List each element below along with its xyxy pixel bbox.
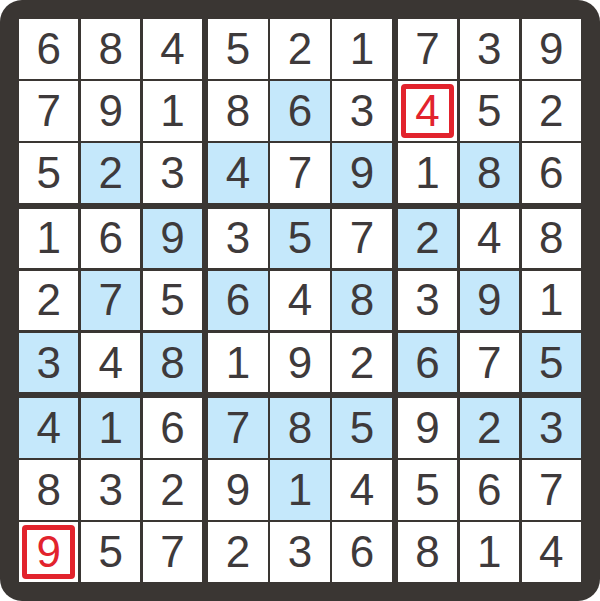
cell-r2c4[interactable]: 8 [208, 81, 267, 141]
cell-digit: 6 [415, 341, 439, 385]
cell-r8c6[interactable]: 4 [332, 460, 391, 520]
cell-digit: 9 [288, 341, 312, 385]
cell-r2c7[interactable]: 4 [398, 81, 457, 141]
cell-r3c4[interactable]: 4 [208, 143, 267, 203]
cell-r9c9[interactable]: 4 [522, 522, 581, 582]
cell-digit: 2 [539, 89, 563, 133]
cell-digit: 8 [288, 406, 312, 450]
cell-r7c4[interactable]: 7 [208, 398, 267, 458]
cell-r2c3[interactable]: 1 [143, 81, 202, 141]
cell-r8c1[interactable]: 8 [19, 460, 78, 520]
cell-digit: 8 [98, 27, 122, 71]
cell-r4c5[interactable]: 5 [270, 209, 329, 269]
cell-r9c8[interactable]: 1 [460, 522, 519, 582]
cell-digit: 8 [36, 468, 60, 512]
cell-digit: 3 [415, 278, 439, 322]
cell-digit: 6 [98, 216, 122, 260]
cell-r9c1[interactable]: 9 [19, 522, 78, 582]
cell-digit: 3 [160, 151, 184, 195]
cell-r8c5[interactable]: 1 [270, 460, 329, 520]
cell-r6c3[interactable]: 8 [143, 333, 202, 393]
cell-r2c1[interactable]: 7 [19, 81, 78, 141]
cell-r1c9[interactable]: 9 [522, 19, 581, 79]
cell-r6c7[interactable]: 6 [398, 333, 457, 393]
cell-r9c2[interactable]: 5 [81, 522, 140, 582]
cell-r5c3[interactable]: 5 [143, 271, 202, 331]
cell-digit: 5 [477, 89, 501, 133]
cell-r6c2[interactable]: 4 [81, 333, 140, 393]
cell-r8c3[interactable]: 2 [143, 460, 202, 520]
cell-r2c2[interactable]: 9 [81, 81, 140, 141]
cell-digit: 2 [350, 341, 374, 385]
cell-digit: 4 [477, 216, 501, 260]
cell-digit: 8 [160, 341, 184, 385]
cell-digit: 7 [539, 468, 563, 512]
cell-digit: 5 [160, 278, 184, 322]
cell-r5c5[interactable]: 4 [270, 271, 329, 331]
cell-r3c9[interactable]: 6 [522, 143, 581, 203]
cell-r6c9[interactable]: 5 [522, 333, 581, 393]
cell-r2c8[interactable]: 5 [460, 81, 519, 141]
cell-digit: 9 [160, 216, 184, 260]
cell-digit: 1 [350, 27, 374, 71]
cell-digit: 6 [160, 406, 184, 450]
cell-r8c7[interactable]: 5 [398, 460, 457, 520]
cell-r7c1[interactable]: 4 [19, 398, 78, 458]
cell-r2c6[interactable]: 3 [332, 81, 391, 141]
cell-r1c4[interactable]: 5 [208, 19, 267, 79]
cell-digit: 6 [288, 89, 312, 133]
cell-r9c7[interactable]: 8 [398, 522, 457, 582]
cell-r7c2[interactable]: 1 [81, 398, 140, 458]
cell-r9c5[interactable]: 3 [270, 522, 329, 582]
cell-r6c4[interactable]: 1 [208, 333, 267, 393]
cell-r7c5[interactable]: 8 [270, 398, 329, 458]
cell-digit: 9 [226, 468, 250, 512]
cell-digit: 6 [226, 278, 250, 322]
cell-digit: 2 [98, 151, 122, 195]
cell-r7c7[interactable]: 9 [398, 398, 457, 458]
cell-digit: 4 [226, 151, 250, 195]
cell-digit: 9 [477, 278, 501, 322]
cell-digit: 8 [226, 89, 250, 133]
cell-r5c4[interactable]: 6 [208, 271, 267, 331]
cell-digit: 4 [36, 406, 60, 450]
box-6: 248391675 [398, 209, 581, 393]
cell-r8c8[interactable]: 6 [460, 460, 519, 520]
cell-r5c2[interactable]: 7 [81, 271, 140, 331]
cell-digit: 1 [477, 530, 501, 574]
cell-digit: 1 [36, 216, 60, 260]
cell-r2c5[interactable]: 6 [270, 81, 329, 141]
cell-digit: 1 [288, 468, 312, 512]
cell-digit: 6 [36, 27, 60, 71]
cell-r7c3[interactable]: 6 [143, 398, 202, 458]
cell-r8c2[interactable]: 3 [81, 460, 140, 520]
box-5: 357648192 [208, 209, 391, 393]
cell-digit: 8 [477, 151, 501, 195]
cell-digit: 4 [160, 27, 184, 71]
cell-r5c8[interactable]: 9 [460, 271, 519, 331]
cell-digit: 4 [539, 530, 563, 574]
cell-digit: 3 [350, 89, 374, 133]
cell-r7c6[interactable]: 5 [332, 398, 391, 458]
cell-digit: 5 [36, 151, 60, 195]
cell-r1c8[interactable]: 3 [460, 19, 519, 79]
sudoku-board: 6847915235218634797394521861692753483576… [0, 0, 600, 601]
cell-digit: 5 [539, 341, 563, 385]
cell-digit: 8 [539, 216, 563, 260]
cell-r7c9[interactable]: 3 [522, 398, 581, 458]
cell-digit: 3 [477, 27, 501, 71]
cell-r1c3[interactable]: 4 [143, 19, 202, 79]
cell-r6c1[interactable]: 3 [19, 333, 78, 393]
cell-r4c7[interactable]: 2 [398, 209, 457, 269]
cell-r9c6[interactable]: 6 [332, 522, 391, 582]
cell-digit: 3 [36, 341, 60, 385]
cell-digit: 1 [415, 151, 439, 195]
cell-r5c6[interactable]: 8 [332, 271, 391, 331]
cell-r3c8[interactable]: 8 [460, 143, 519, 203]
cell-r1c6[interactable]: 1 [332, 19, 391, 79]
cell-r5c9[interactable]: 1 [522, 271, 581, 331]
cell-digit: 7 [288, 151, 312, 195]
cell-digit: 3 [98, 468, 122, 512]
cell-digit: 4 [415, 89, 439, 133]
cell-r2c9[interactable]: 2 [522, 81, 581, 141]
cell-r6c8[interactable]: 7 [460, 333, 519, 393]
cell-r4c8[interactable]: 4 [460, 209, 519, 269]
cell-r1c2[interactable]: 8 [81, 19, 140, 79]
cell-digit: 5 [226, 27, 250, 71]
cell-r4c2[interactable]: 6 [81, 209, 140, 269]
cell-r9c4[interactable]: 2 [208, 522, 267, 582]
cell-r4c4[interactable]: 3 [208, 209, 267, 269]
cell-r3c6[interactable]: 9 [332, 143, 391, 203]
cell-digit: 1 [539, 278, 563, 322]
cell-digit: 1 [98, 406, 122, 450]
cell-r6c6[interactable]: 2 [332, 333, 391, 393]
cell-r6c5[interactable]: 9 [270, 333, 329, 393]
cell-digit: 9 [36, 530, 60, 574]
cell-digit: 2 [477, 406, 501, 450]
cell-r3c5[interactable]: 7 [270, 143, 329, 203]
cell-digit: 2 [288, 27, 312, 71]
cell-digit: 9 [98, 89, 122, 133]
box-9: 923567814 [398, 398, 581, 582]
cell-digit: 4 [350, 468, 374, 512]
cell-digit: 2 [36, 278, 60, 322]
cell-r3c2[interactable]: 2 [81, 143, 140, 203]
cell-digit: 3 [288, 530, 312, 574]
cell-digit: 8 [415, 530, 439, 574]
cell-digit: 7 [160, 530, 184, 574]
cell-digit: 4 [288, 278, 312, 322]
cell-digit: 8 [350, 278, 374, 322]
cell-r5c1[interactable]: 2 [19, 271, 78, 331]
cell-r7c8[interactable]: 2 [460, 398, 519, 458]
cell-digit: 2 [226, 530, 250, 574]
cell-digit: 3 [539, 406, 563, 450]
cell-digit: 3 [226, 216, 250, 260]
cell-r4c9[interactable]: 8 [522, 209, 581, 269]
cell-digit: 7 [477, 341, 501, 385]
cell-r1c5[interactable]: 2 [270, 19, 329, 79]
cell-digit: 2 [415, 216, 439, 260]
cell-digit: 1 [160, 89, 184, 133]
box-4: 169275348 [19, 209, 202, 393]
cell-r5c7[interactable]: 3 [398, 271, 457, 331]
cell-r1c1[interactable]: 6 [19, 19, 78, 79]
cell-digit: 4 [98, 341, 122, 385]
cell-r4c3[interactable]: 9 [143, 209, 202, 269]
box-7: 416832957 [19, 398, 202, 582]
cell-digit: 7 [350, 216, 374, 260]
box-2: 521863479 [208, 19, 391, 203]
cell-digit: 5 [288, 216, 312, 260]
cell-digit: 9 [539, 27, 563, 71]
cell-digit: 7 [36, 89, 60, 133]
cell-r8c9[interactable]: 7 [522, 460, 581, 520]
cell-digit: 9 [350, 151, 374, 195]
cell-digit: 7 [415, 27, 439, 71]
cell-r4c1[interactable]: 1 [19, 209, 78, 269]
cell-digit: 5 [350, 406, 374, 450]
cell-digit: 6 [477, 468, 501, 512]
cell-r3c3[interactable]: 3 [143, 143, 202, 203]
cell-digit: 7 [98, 278, 122, 322]
cell-digit: 2 [160, 468, 184, 512]
cell-digit: 7 [226, 406, 250, 450]
box-8: 785914236 [208, 398, 391, 582]
cell-r9c3[interactable]: 7 [143, 522, 202, 582]
cell-digit: 5 [415, 468, 439, 512]
box-1: 684791523 [19, 19, 202, 203]
cell-r3c7[interactable]: 1 [398, 143, 457, 203]
cell-digit: 5 [98, 530, 122, 574]
cell-digit: 6 [539, 151, 563, 195]
cell-digit: 9 [415, 406, 439, 450]
box-3: 739452186 [398, 19, 581, 203]
cell-digit: 6 [350, 530, 374, 574]
cell-r8c4[interactable]: 9 [208, 460, 267, 520]
cell-r4c6[interactable]: 7 [332, 209, 391, 269]
cell-digit: 1 [226, 341, 250, 385]
cell-r3c1[interactable]: 5 [19, 143, 78, 203]
cell-r1c7[interactable]: 7 [398, 19, 457, 79]
